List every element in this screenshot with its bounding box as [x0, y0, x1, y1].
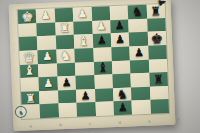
square-c4r8[interactable]: [77, 102, 96, 116]
square-c8r4[interactable]: [148, 45, 167, 59]
square-c3r5[interactable]: [57, 62, 76, 76]
square-c6r7[interactable]: ♞: [113, 87, 132, 101]
white-pawn[interactable]: ♟: [36, 15, 54, 16]
square-c6r5[interactable]: [112, 60, 131, 74]
black-king[interactable]: ♚: [148, 38, 166, 39]
square-c8r7[interactable]: [150, 86, 169, 100]
square-c6r3[interactable]: ♟: [111, 33, 130, 47]
black-rook[interactable]: ♜: [149, 79, 167, 80]
table-surface: ····· ♚♟♟♞♜♜♟♟♝♟♟♚♛♟♞♟♝♝♟♟♜♜♟♞♟ a b c d …: [0, 0, 200, 133]
square-c2r8[interactable]: [40, 104, 59, 118]
black-pawn[interactable]: ♟: [110, 26, 128, 27]
white-pawn[interactable]: ♟: [73, 14, 91, 15]
square-c1r2[interactable]: [18, 23, 37, 37]
square-c1r5[interactable]: ♝: [20, 64, 39, 78]
square-c2r1[interactable]: ♟: [36, 8, 55, 22]
captured-piece-lying-on-border: ♟: [156, 0, 167, 8]
white-pawn[interactable]: ♟: [39, 83, 57, 84]
board-file-coordinates: a b c d e f g h: [29, 118, 169, 129]
square-c4r5[interactable]: [75, 61, 94, 75]
square-c7r1[interactable]: ♞: [128, 5, 147, 19]
square-c8r6[interactable]: ♜: [149, 72, 168, 86]
black-pawn[interactable]: ♟: [76, 95, 94, 96]
square-c5r6[interactable]: [94, 74, 113, 88]
square-c7r6[interactable]: [131, 73, 150, 87]
square-c6r1[interactable]: [110, 6, 129, 20]
black-pawn[interactable]: ♟: [130, 52, 148, 53]
chess-board-grid[interactable]: ♚♟♟♞♜♜♟♟♝♟♟♚♛♟♞♟♝♝♟♟♜♜♟♞♟: [18, 4, 169, 119]
black-bishop[interactable]: ♝: [94, 68, 112, 69]
square-c5r8[interactable]: [95, 102, 114, 116]
chess-board-mat: ····· ♚♟♟♞♜♜♟♟♝♟♟♚♛♟♞♟♝♝♟♟♜♜♟♞♟ a b c d …: [9, 0, 176, 131]
white-knight[interactable]: ♞: [56, 55, 74, 56]
square-c3r1[interactable]: [54, 8, 73, 22]
square-c7r5[interactable]: [130, 59, 149, 73]
square-c3r7[interactable]: [58, 89, 77, 103]
black-knight[interactable]: ♞: [113, 94, 131, 95]
white-bishop[interactable]: ♝: [74, 41, 92, 42]
square-c4r6[interactable]: [76, 75, 95, 89]
square-c1r1[interactable]: ♚: [18, 9, 37, 23]
black-knight[interactable]: ♞: [128, 12, 146, 13]
square-c7r7[interactable]: [131, 86, 150, 100]
square-c2r2[interactable]: [37, 22, 56, 36]
white-bishop[interactable]: ♝: [20, 70, 38, 71]
square-c5r7[interactable]: [94, 88, 113, 102]
black-pawn[interactable]: ♟: [57, 83, 75, 84]
square-c4r7[interactable]: ♟: [76, 89, 95, 103]
white-rook[interactable]: ♜: [55, 28, 73, 29]
square-c6r8[interactable]: ♟: [113, 101, 132, 115]
square-c3r2[interactable]: ♜: [55, 21, 74, 35]
square-c2r6[interactable]: ♟: [39, 77, 58, 91]
square-c2r4[interactable]: ♟: [38, 49, 57, 63]
square-c1r7[interactable]: ♜: [21, 91, 40, 105]
square-c5r1[interactable]: [91, 6, 110, 20]
square-c5r2[interactable]: ♟: [92, 20, 111, 34]
square-c7r2[interactable]: [128, 18, 147, 32]
white-queen[interactable]: ♛: [20, 57, 38, 58]
black-pawn[interactable]: ♟: [93, 40, 111, 41]
square-c6r2[interactable]: ♟: [110, 19, 129, 33]
square-c7r8[interactable]: [132, 100, 151, 114]
square-c3r8[interactable]: [58, 103, 77, 117]
square-c7r3[interactable]: [129, 32, 148, 46]
square-c8r8[interactable]: [150, 99, 169, 113]
square-c2r5[interactable]: [38, 63, 57, 77]
square-c6r4[interactable]: [111, 46, 130, 60]
square-c1r6[interactable]: [20, 77, 39, 91]
square-c3r6[interactable]: ♟: [57, 76, 76, 90]
black-rook[interactable]: ♜: [147, 11, 165, 12]
square-c5r3[interactable]: ♟: [92, 33, 111, 47]
black-pawn[interactable]: ♟: [111, 40, 129, 41]
square-c5r5[interactable]: ♝: [93, 61, 112, 75]
square-c3r4[interactable]: ♞: [56, 49, 75, 63]
square-c4r3[interactable]: ♝: [74, 34, 93, 48]
black-pawn[interactable]: ♟: [114, 108, 132, 109]
board-brand-text: ·····: [11, 42, 18, 54]
square-c4r1[interactable]: ♟: [73, 7, 92, 21]
white-rook[interactable]: ♜: [21, 98, 39, 99]
square-c2r3[interactable]: [37, 36, 56, 50]
square-c8r3[interactable]: ♚: [147, 31, 166, 45]
square-c4r4[interactable]: [74, 48, 93, 62]
white-pawn[interactable]: ♟: [92, 27, 110, 28]
square-c2r7[interactable]: [39, 90, 58, 104]
knight-logo-icon: ♞: [18, 108, 25, 116]
square-c8r5[interactable]: [148, 58, 167, 72]
white-pawn[interactable]: ♟: [38, 56, 56, 57]
white-king[interactable]: ♚: [18, 16, 36, 17]
square-c7r4[interactable]: ♟: [130, 46, 149, 60]
